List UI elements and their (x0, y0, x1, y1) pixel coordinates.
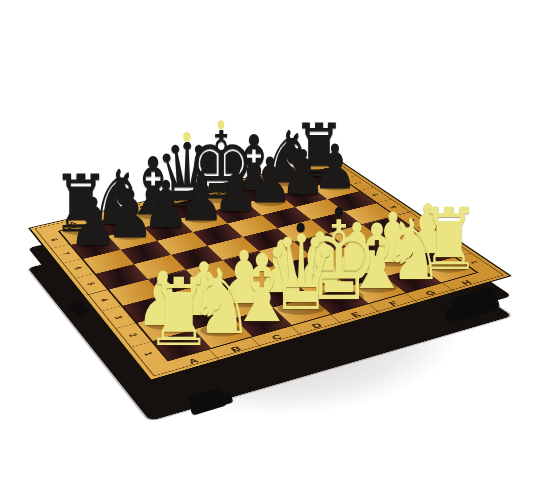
label-text: F (387, 300, 400, 307)
label-text: G (270, 174, 282, 179)
label-text: B (229, 345, 243, 354)
label-text: 4 (98, 298, 110, 303)
label-text: H (459, 279, 473, 286)
contrasting-finial (184, 133, 191, 141)
label-text: 2 (127, 332, 140, 337)
label-text: 7 (60, 252, 71, 256)
label-text: 8 (336, 170, 346, 173)
label-text: 6 (72, 266, 83, 270)
label-text: 5 (388, 205, 399, 209)
label-text: 6 (370, 193, 380, 197)
label-text: C (138, 204, 149, 210)
label-text: H (301, 166, 312, 171)
label-text: F (239, 181, 249, 186)
label-text: E (206, 189, 217, 194)
label-text: 1 (468, 260, 480, 264)
label-text: 7 (353, 181, 363, 184)
contrasting-finial (218, 121, 225, 130)
label-text: C (270, 333, 284, 341)
label-text: 8 (49, 238, 60, 242)
chess-set-photo: ABCDEFGH ABCDEFGH 87654321 87654321 ♜♞♝♛… (0, 0, 541, 493)
label-text: 2 (446, 246, 457, 250)
label-text: A (67, 221, 78, 227)
label-text: A (187, 357, 201, 366)
label-text: 3 (426, 232, 437, 236)
label-text: 3 (112, 315, 124, 320)
label-text: D (310, 322, 324, 330)
label-text: G (423, 289, 438, 297)
label-text: E (349, 311, 363, 319)
label-text: 4 (406, 218, 417, 222)
label-text: 1 (142, 351, 155, 357)
label-text: B (103, 212, 114, 218)
label-text: 5 (85, 282, 97, 287)
label-text: D (172, 196, 183, 201)
